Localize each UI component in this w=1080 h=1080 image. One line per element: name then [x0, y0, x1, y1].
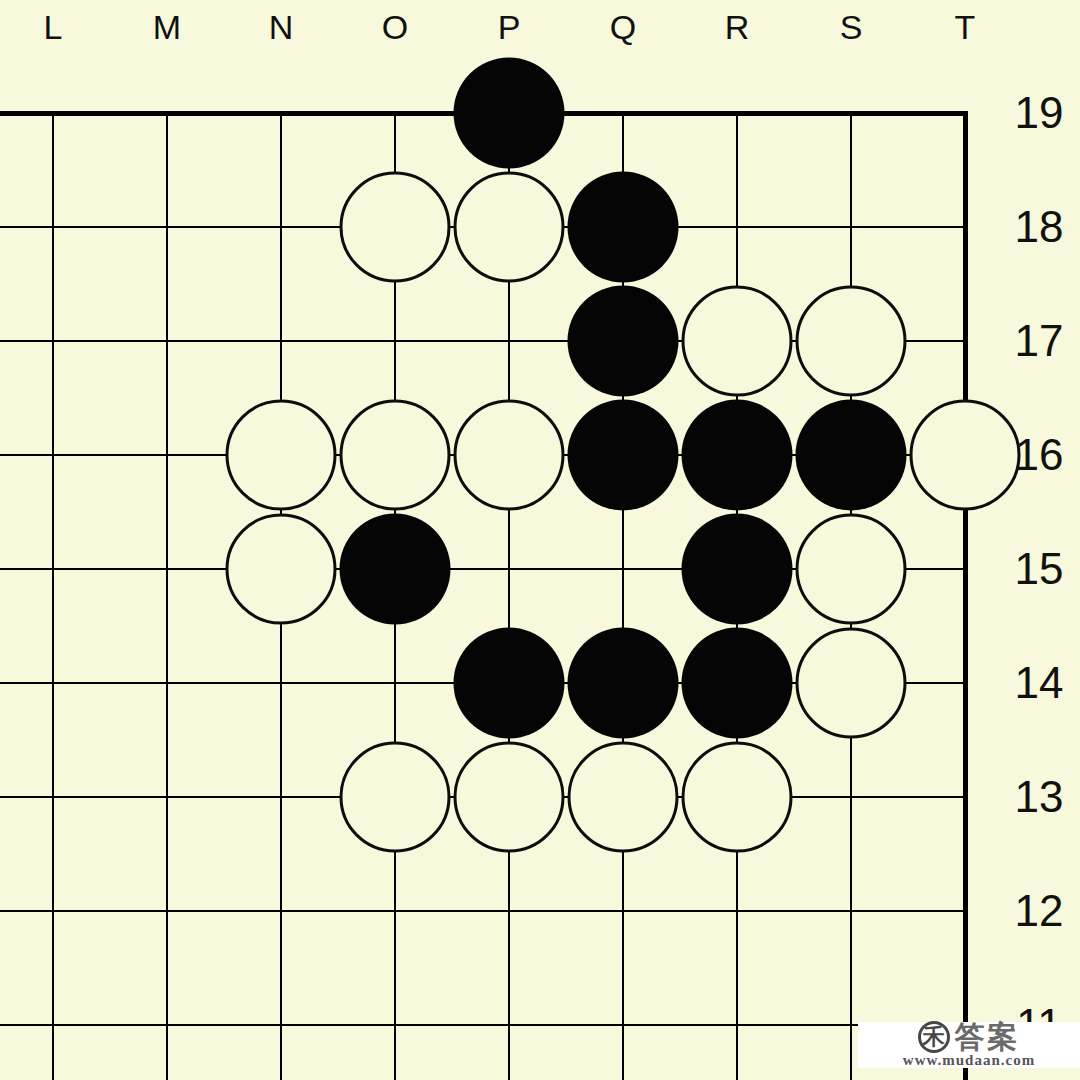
intersection-M18[interactable] — [110, 170, 224, 284]
intersection-P18[interactable] — [452, 170, 566, 284]
black-stone-Q14 — [568, 628, 679, 739]
intersection-M13[interactable] — [110, 740, 224, 854]
intersection-S18[interactable] — [794, 170, 908, 284]
intersection-M17[interactable] — [110, 284, 224, 398]
white-stone-O13 — [340, 742, 451, 853]
white-stone-S17 — [796, 286, 907, 397]
intersection-S14[interactable] — [794, 626, 908, 740]
intersection-O15[interactable] — [338, 512, 452, 626]
mudaan-logo-glyph: 禾 — [923, 1026, 945, 1048]
black-stone-O15 — [340, 514, 451, 625]
intersection-P19[interactable] — [452, 56, 566, 170]
intersection-O19[interactable] — [338, 56, 452, 170]
intersection-R19[interactable] — [680, 56, 794, 170]
row-label-16: 16 — [982, 398, 1080, 512]
column-label-L: L — [0, 3, 110, 51]
black-stone-S16 — [796, 400, 907, 511]
row-label-17: 17 — [982, 284, 1080, 398]
intersection-L13[interactable] — [0, 740, 110, 854]
mudaan-logo-icon: 禾 — [918, 1021, 950, 1053]
column-label-P: P — [452, 3, 566, 51]
intersection-R17[interactable] — [680, 284, 794, 398]
intersection-L15[interactable] — [0, 512, 110, 626]
column-label-R: R — [680, 3, 794, 51]
intersection-L18[interactable] — [0, 170, 110, 284]
intersection-N19[interactable] — [224, 56, 338, 170]
intersection-O18[interactable] — [338, 170, 452, 284]
white-stone-P13 — [454, 742, 565, 853]
intersection-O17[interactable] — [338, 284, 452, 398]
intersection-S15[interactable] — [794, 512, 908, 626]
intersection-N14[interactable] — [224, 626, 338, 740]
intersection-P15[interactable] — [452, 512, 566, 626]
white-stone-R17 — [682, 286, 793, 397]
row-label-14: 14 — [982, 626, 1080, 740]
intersection-M15[interactable] — [110, 512, 224, 626]
intersection-Q14[interactable] — [566, 626, 680, 740]
intersection-S16[interactable] — [794, 398, 908, 512]
column-label-T: T — [908, 3, 1022, 51]
intersection-Q13[interactable] — [566, 740, 680, 854]
white-stone-N16 — [226, 400, 337, 511]
black-stone-R14 — [682, 628, 793, 739]
black-stone-Q16 — [568, 400, 679, 511]
intersection-L19[interactable] — [0, 56, 110, 170]
intersection-Q15[interactable] — [566, 512, 680, 626]
row-label-18: 18 — [982, 170, 1080, 284]
white-stone-O16 — [340, 400, 451, 511]
intersection-N15[interactable] — [224, 512, 338, 626]
white-stone-N15 — [226, 514, 337, 625]
intersection-M12[interactable] — [110, 854, 224, 968]
intersection-M19[interactable] — [110, 56, 224, 170]
intersection-S13[interactable] — [794, 740, 908, 854]
intersection-O14[interactable] — [338, 626, 452, 740]
row-label-15: 15 — [982, 512, 1080, 626]
intersection-R13[interactable] — [680, 740, 794, 854]
white-stone-S14 — [796, 628, 907, 739]
intersection-P17[interactable] — [452, 284, 566, 398]
intersection-P14[interactable] — [452, 626, 566, 740]
intersection-N11[interactable] — [224, 968, 338, 1080]
intersection-N12[interactable] — [224, 854, 338, 968]
go-board — [0, 56, 1022, 1080]
white-stone-P18 — [454, 172, 565, 283]
intersection-S19[interactable] — [794, 56, 908, 170]
intersection-N18[interactable] — [224, 170, 338, 284]
intersection-P13[interactable] — [452, 740, 566, 854]
intersection-L14[interactable] — [0, 626, 110, 740]
watermark-url: www.mudaan.com — [903, 1052, 1035, 1069]
intersection-Q16[interactable] — [566, 398, 680, 512]
intersection-O13[interactable] — [338, 740, 452, 854]
row-label-19: 19 — [982, 56, 1080, 170]
intersection-R15[interactable] — [680, 512, 794, 626]
watermark-brand-text: 答案 — [955, 1022, 1021, 1052]
intersection-P11[interactable] — [452, 968, 566, 1080]
intersection-O12[interactable] — [338, 854, 452, 968]
intersection-Q17[interactable] — [566, 284, 680, 398]
intersection-O11[interactable] — [338, 968, 452, 1080]
intersection-S17[interactable] — [794, 284, 908, 398]
intersection-O16[interactable] — [338, 398, 452, 512]
intersection-Q12[interactable] — [566, 854, 680, 968]
intersection-S12[interactable] — [794, 854, 908, 968]
intersection-L11[interactable] — [0, 968, 110, 1080]
black-stone-Q17 — [568, 286, 679, 397]
intersection-L17[interactable] — [0, 284, 110, 398]
intersection-Q19[interactable] — [566, 56, 680, 170]
column-label-M: M — [110, 3, 224, 51]
intersection-Q11[interactable] — [566, 968, 680, 1080]
row-label-12: 12 — [982, 854, 1080, 968]
column-label-S: S — [794, 3, 908, 51]
white-stone-Q13 — [568, 742, 679, 853]
column-label-O: O — [338, 3, 452, 51]
black-stone-R16 — [682, 400, 793, 511]
black-stone-R15 — [682, 514, 793, 625]
white-stone-S15 — [796, 514, 907, 625]
white-stone-R13 — [682, 742, 793, 853]
black-stone-P14 — [454, 628, 565, 739]
row-label-13: 13 — [982, 740, 1080, 854]
intersection-R16[interactable] — [680, 398, 794, 512]
intersection-M14[interactable] — [110, 626, 224, 740]
intersection-M16[interactable] — [110, 398, 224, 512]
intersection-P12[interactable] — [452, 854, 566, 968]
intersection-R11[interactable] — [680, 968, 794, 1080]
intersection-Q18[interactable] — [566, 170, 680, 284]
intersection-L16[interactable] — [0, 398, 110, 512]
intersection-N16[interactable] — [224, 398, 338, 512]
white-stone-P16 — [454, 400, 565, 511]
go-diagram: LMNOPQRST 191817161514131211 禾 答案 www.mu… — [0, 0, 1080, 1080]
column-label-Q: Q — [566, 3, 680, 51]
black-stone-Q18 — [568, 172, 679, 283]
intersection-N17[interactable] — [224, 284, 338, 398]
white-stone-O18 — [340, 172, 451, 283]
intersection-P16[interactable] — [452, 398, 566, 512]
intersection-R14[interactable] — [680, 626, 794, 740]
black-stone-P19 — [454, 58, 565, 169]
intersection-M11[interactable] — [110, 968, 224, 1080]
intersection-L12[interactable] — [0, 854, 110, 968]
intersection-R18[interactable] — [680, 170, 794, 284]
column-label-N: N — [224, 3, 338, 51]
intersection-R12[interactable] — [680, 854, 794, 968]
watermark: 禾 答案 www.mudaan.com — [858, 1022, 1080, 1068]
intersection-N13[interactable] — [224, 740, 338, 854]
